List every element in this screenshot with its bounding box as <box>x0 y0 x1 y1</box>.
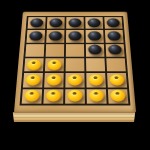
cell-r4c1[interactable] <box>24 58 43 71</box>
cell-r4c3[interactable] <box>66 58 85 71</box>
cell-r4c5[interactable] <box>106 58 125 71</box>
yellow-piece[interactable] <box>68 74 82 85</box>
black-piece[interactable] <box>88 45 102 55</box>
black-piece[interactable] <box>107 18 121 27</box>
yellow-piece[interactable] <box>89 90 104 102</box>
black-piece[interactable] <box>108 45 122 55</box>
yellow-piece[interactable] <box>89 74 104 85</box>
yellow-piece[interactable] <box>26 74 41 85</box>
black-piece[interactable] <box>49 18 62 27</box>
cell-r3c3[interactable] <box>66 44 84 57</box>
yellow-piece[interactable] <box>109 74 124 85</box>
cell-r3c4[interactable] <box>86 44 105 57</box>
cell-r1c5[interactable] <box>104 17 122 29</box>
black-piece[interactable] <box>88 31 102 41</box>
black-piece[interactable] <box>68 31 81 41</box>
cell-r1c2[interactable] <box>47 17 65 29</box>
cell-r4c2[interactable] <box>45 58 64 71</box>
cell-r6c5[interactable] <box>108 89 128 104</box>
black-piece[interactable] <box>49 31 63 41</box>
cell-r2c2[interactable] <box>46 30 64 42</box>
black-piece[interactable] <box>107 31 121 41</box>
cell-r2c5[interactable] <box>105 30 124 42</box>
cell-r2c3[interactable] <box>66 30 84 42</box>
cell-r6c3[interactable] <box>65 89 85 104</box>
black-piece[interactable] <box>29 31 43 41</box>
yellow-piece[interactable] <box>27 59 42 70</box>
cell-r3c5[interactable] <box>106 44 125 57</box>
cell-r1c1[interactable] <box>28 17 46 29</box>
checkers-board <box>14 12 136 112</box>
cell-r3c1[interactable] <box>25 44 44 57</box>
cell-r6c4[interactable] <box>87 89 107 104</box>
photo-background <box>0 0 150 150</box>
cell-r3c2[interactable] <box>46 44 65 57</box>
yellow-piece[interactable] <box>47 74 62 85</box>
cell-r1c4[interactable] <box>85 17 103 29</box>
cell-r5c3[interactable] <box>65 73 84 87</box>
black-piece[interactable] <box>88 18 101 27</box>
cell-r5c5[interactable] <box>107 73 127 87</box>
board-grid <box>20 16 131 106</box>
yellow-piece[interactable] <box>47 59 61 70</box>
cell-r4c4[interactable] <box>86 58 105 71</box>
yellow-piece[interactable] <box>46 90 61 102</box>
yellow-piece[interactable] <box>24 90 39 102</box>
board-perspective-wrap <box>14 12 136 112</box>
cell-r5c4[interactable] <box>86 73 106 87</box>
cell-r1c3[interactable] <box>66 17 84 29</box>
board-front-edge <box>12 112 136 122</box>
cell-r5c1[interactable] <box>23 73 43 87</box>
yellow-piece[interactable] <box>110 90 125 102</box>
cell-r6c1[interactable] <box>22 89 42 104</box>
cell-r5c2[interactable] <box>44 73 64 87</box>
cell-r2c4[interactable] <box>86 30 104 42</box>
cell-r2c1[interactable] <box>26 30 45 42</box>
yellow-piece[interactable] <box>68 90 83 102</box>
black-piece[interactable] <box>68 18 81 27</box>
black-piece[interactable] <box>30 18 44 27</box>
cell-r6c2[interactable] <box>43 89 63 104</box>
